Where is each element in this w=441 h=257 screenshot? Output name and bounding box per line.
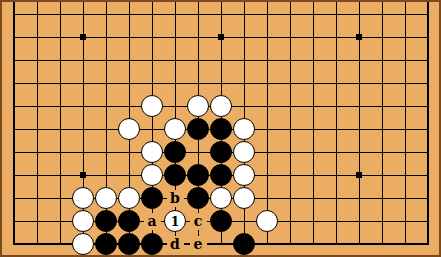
grid-vline <box>427 2 429 245</box>
grid-vline <box>60 2 61 245</box>
black-stone <box>95 210 117 232</box>
white-stone-move-1: 1 <box>164 210 186 232</box>
white-stone <box>72 210 94 232</box>
white-stone <box>210 187 232 209</box>
black-stone <box>95 233 117 255</box>
black-stone <box>187 187 209 209</box>
grid-vline <box>313 2 314 245</box>
black-stone <box>141 233 163 255</box>
white-stone <box>164 118 186 140</box>
black-stone <box>164 164 186 186</box>
black-stone <box>210 118 232 140</box>
black-stone <box>210 210 232 232</box>
grid-vline <box>336 2 337 245</box>
white-stone <box>118 118 140 140</box>
black-stone <box>210 141 232 163</box>
point-label-e: e <box>190 236 207 253</box>
star-point <box>356 34 362 40</box>
white-stone <box>187 95 209 117</box>
grid-vline <box>382 2 383 245</box>
white-stone <box>95 187 117 209</box>
point-label-c: c <box>190 213 207 230</box>
star-point <box>80 34 86 40</box>
black-stone <box>118 210 140 232</box>
grid-vline <box>37 2 38 245</box>
black-stone <box>118 233 140 255</box>
point-label-b: b <box>167 190 184 207</box>
black-stone <box>187 164 209 186</box>
white-stone <box>233 187 255 209</box>
grid-hline <box>13 14 429 15</box>
grid-hline <box>13 83 429 84</box>
black-stone <box>210 164 232 186</box>
white-stone <box>233 164 255 186</box>
white-stone <box>118 187 140 209</box>
grid-vline <box>290 2 291 245</box>
grid-vline <box>267 2 268 245</box>
star-point <box>80 172 86 178</box>
white-stone <box>233 118 255 140</box>
point-label-d: d <box>167 236 184 253</box>
black-stone <box>164 141 186 163</box>
black-stone <box>141 187 163 209</box>
white-stone <box>141 95 163 117</box>
move-number: 1 <box>170 215 179 228</box>
grid-hline <box>13 60 429 61</box>
white-stone <box>141 141 163 163</box>
white-stone <box>256 210 278 232</box>
black-stone <box>187 118 209 140</box>
white-stone <box>141 164 163 186</box>
go-diagram: bacde1 <box>0 0 441 257</box>
star-point <box>218 34 224 40</box>
white-stone <box>72 233 94 255</box>
grid-vline <box>405 2 406 245</box>
grid-vline <box>13 2 15 245</box>
star-point <box>356 172 362 178</box>
black-stone <box>233 233 255 255</box>
white-stone <box>72 187 94 209</box>
white-stone <box>210 95 232 117</box>
point-label-a: a <box>144 213 161 230</box>
white-stone <box>233 141 255 163</box>
